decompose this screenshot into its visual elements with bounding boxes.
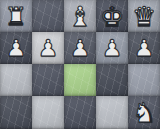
square-g2[interactable]: ♟ <box>32 32 64 64</box>
square-h4[interactable] <box>0 96 32 129</box>
square-f3-highlighted[interactable] <box>64 64 96 96</box>
square-d1[interactable]: ♛ <box>128 0 160 32</box>
square-d2[interactable]: ♟ <box>128 32 160 64</box>
square-f1[interactable]: ♝ <box>64 0 96 32</box>
square-f2[interactable]: ♟ <box>64 32 96 64</box>
chess-board: ♜♝♚♛♟♟♟♟♟♞ <box>0 0 160 129</box>
square-h1[interactable]: ♜ <box>0 0 32 32</box>
white-knight-d4[interactable]: ♞ <box>132 99 156 126</box>
square-g4[interactable] <box>32 96 64 129</box>
white-pawn-d2[interactable]: ♟ <box>134 37 155 60</box>
square-d4[interactable]: ♞ <box>128 96 160 129</box>
white-pawn-h2[interactable]: ♟ <box>6 37 27 60</box>
white-pawn-e2[interactable]: ♟ <box>102 37 123 60</box>
square-e4[interactable] <box>96 96 128 129</box>
square-h2[interactable]: ♟ <box>0 32 32 64</box>
white-queen-d1[interactable]: ♛ <box>132 3 156 30</box>
white-king-e1[interactable]: ♚ <box>100 3 124 30</box>
white-pawn-f2[interactable]: ♟ <box>70 37 91 60</box>
chessboard-crop: ♜♝♚♛♟♟♟♟♟♞ <box>0 0 160 129</box>
square-e2[interactable]: ♟ <box>96 32 128 64</box>
white-rook-h1[interactable]: ♜ <box>5 4 27 29</box>
square-e1[interactable]: ♚ <box>96 0 128 32</box>
square-d3[interactable] <box>128 64 160 96</box>
white-bishop-f1[interactable]: ♝ <box>68 3 92 30</box>
square-f4[interactable] <box>64 96 96 129</box>
square-g3[interactable] <box>32 64 64 96</box>
square-g1[interactable] <box>32 0 64 32</box>
white-pawn-g2[interactable]: ♟ <box>38 37 59 60</box>
square-e3[interactable] <box>96 64 128 96</box>
square-h3[interactable] <box>0 64 32 96</box>
